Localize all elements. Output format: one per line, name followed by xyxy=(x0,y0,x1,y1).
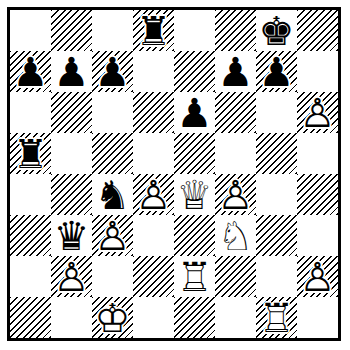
square-a2[interactable] xyxy=(10,256,51,297)
black-pawn-e6[interactable]: ♟♟ xyxy=(174,92,215,133)
white-king-c1[interactable]: ♚♔ xyxy=(92,297,133,338)
chess-board: ♜♜♚♚♟♟♟♟♟♟♟♟♟♟♟♟♟♙♜♜♞♞♟♙♛♕♟♙♛♛♟♙♞♘♟♙♜♖♟♙… xyxy=(10,10,338,338)
square-b6[interactable] xyxy=(51,92,92,133)
square-a8[interactable] xyxy=(10,10,51,51)
square-h2[interactable]: ♟♙ xyxy=(297,256,338,297)
square-g5[interactable] xyxy=(256,133,297,174)
piece-face-glyph: ♙ xyxy=(133,174,174,215)
piece-face-glyph: ♟ xyxy=(174,92,215,133)
square-e4[interactable]: ♛♕ xyxy=(174,174,215,215)
white-pawn-f4[interactable]: ♟♙ xyxy=(215,174,256,215)
square-e7[interactable] xyxy=(174,51,215,92)
square-g7[interactable]: ♟♟ xyxy=(256,51,297,92)
square-b1[interactable] xyxy=(51,297,92,338)
white-rook-g1[interactable]: ♜♖ xyxy=(256,297,297,338)
square-h3[interactable] xyxy=(297,215,338,256)
square-f1[interactable] xyxy=(215,297,256,338)
white-knight-f3[interactable]: ♞♘ xyxy=(215,215,256,256)
square-g8[interactable]: ♚♚ xyxy=(256,10,297,51)
piece-face-glyph: ♙ xyxy=(297,256,338,297)
square-f2[interactable] xyxy=(215,256,256,297)
black-pawn-c7[interactable]: ♟♟ xyxy=(92,51,133,92)
square-b3[interactable]: ♛♛ xyxy=(51,215,92,256)
piece-face-glyph: ♙ xyxy=(92,215,133,256)
square-c1[interactable]: ♚♔ xyxy=(92,297,133,338)
square-d3[interactable] xyxy=(133,215,174,256)
square-c4[interactable]: ♞♞ xyxy=(92,174,133,215)
square-a5[interactable]: ♜♜ xyxy=(10,133,51,174)
piece-face-glyph: ♙ xyxy=(51,256,92,297)
square-c5[interactable] xyxy=(92,133,133,174)
square-b8[interactable] xyxy=(51,10,92,51)
square-b2[interactable]: ♟♙ xyxy=(51,256,92,297)
square-h6[interactable]: ♟♙ xyxy=(297,92,338,133)
piece-face-glyph: ♜ xyxy=(133,10,174,51)
square-d2[interactable] xyxy=(133,256,174,297)
piece-face-glyph: ♚ xyxy=(256,10,297,51)
black-pawn-f7[interactable]: ♟♟ xyxy=(215,51,256,92)
piece-face-glyph: ♜ xyxy=(10,133,51,174)
square-h4[interactable] xyxy=(297,174,338,215)
square-f4[interactable]: ♟♙ xyxy=(215,174,256,215)
white-rook-e2[interactable]: ♜♖ xyxy=(174,256,215,297)
square-c7[interactable]: ♟♟ xyxy=(92,51,133,92)
square-d5[interactable] xyxy=(133,133,174,174)
white-pawn-b2[interactable]: ♟♙ xyxy=(51,256,92,297)
square-e6[interactable]: ♟♟ xyxy=(174,92,215,133)
square-a6[interactable] xyxy=(10,92,51,133)
piece-face-glyph: ♖ xyxy=(174,256,215,297)
square-e8[interactable] xyxy=(174,10,215,51)
square-a7[interactable]: ♟♟ xyxy=(10,51,51,92)
white-pawn-c3[interactable]: ♟♙ xyxy=(92,215,133,256)
piece-face-glyph: ♔ xyxy=(92,297,133,338)
square-e2[interactable]: ♜♖ xyxy=(174,256,215,297)
piece-face-glyph: ♙ xyxy=(215,174,256,215)
black-pawn-g7[interactable]: ♟♟ xyxy=(256,51,297,92)
square-h8[interactable] xyxy=(297,10,338,51)
piece-face-glyph: ♛ xyxy=(51,215,92,256)
black-queen-b3[interactable]: ♛♛ xyxy=(51,215,92,256)
board-frame: ♜♜♚♚♟♟♟♟♟♟♟♟♟♟♟♟♟♙♜♜♞♞♟♙♛♕♟♙♛♛♟♙♞♘♟♙♜♖♟♙… xyxy=(7,7,341,341)
square-g6[interactable] xyxy=(256,92,297,133)
black-rook-a5[interactable]: ♜♜ xyxy=(10,133,51,174)
square-d7[interactable] xyxy=(133,51,174,92)
piece-face-glyph: ♕ xyxy=(174,174,215,215)
white-pawn-d4[interactable]: ♟♙ xyxy=(133,174,174,215)
square-e5[interactable] xyxy=(174,133,215,174)
piece-face-glyph: ♟ xyxy=(92,51,133,92)
black-rook-d8[interactable]: ♜♜ xyxy=(133,10,174,51)
square-h5[interactable] xyxy=(297,133,338,174)
square-f3[interactable]: ♞♘ xyxy=(215,215,256,256)
square-a1[interactable] xyxy=(10,297,51,338)
white-queen-e4[interactable]: ♛♕ xyxy=(174,174,215,215)
square-d8[interactable]: ♜♜ xyxy=(133,10,174,51)
square-d4[interactable]: ♟♙ xyxy=(133,174,174,215)
square-g2[interactable] xyxy=(256,256,297,297)
square-g3[interactable] xyxy=(256,215,297,256)
black-king-g8[interactable]: ♚♚ xyxy=(256,10,297,51)
black-pawn-a7[interactable]: ♟♟ xyxy=(10,51,51,92)
diagram-background: ♜♜♚♚♟♟♟♟♟♟♟♟♟♟♟♟♟♙♜♜♞♞♟♙♛♕♟♙♛♛♟♙♞♘♟♙♜♖♟♙… xyxy=(0,0,350,350)
square-e3[interactable] xyxy=(174,215,215,256)
square-a4[interactable] xyxy=(10,174,51,215)
piece-face-glyph: ♟ xyxy=(10,51,51,92)
piece-face-glyph: ♙ xyxy=(297,92,338,133)
square-c2[interactable] xyxy=(92,256,133,297)
white-pawn-h6[interactable]: ♟♙ xyxy=(297,92,338,133)
square-d6[interactable] xyxy=(133,92,174,133)
square-c6[interactable] xyxy=(92,92,133,133)
square-h7[interactable] xyxy=(297,51,338,92)
piece-face-glyph: ♟ xyxy=(215,51,256,92)
square-f7[interactable]: ♟♟ xyxy=(215,51,256,92)
piece-face-glyph: ♘ xyxy=(215,215,256,256)
square-f6[interactable] xyxy=(215,92,256,133)
black-knight-c4[interactable]: ♞♞ xyxy=(92,174,133,215)
square-b4[interactable] xyxy=(51,174,92,215)
square-f8[interactable] xyxy=(215,10,256,51)
piece-face-glyph: ♞ xyxy=(92,174,133,215)
piece-face-glyph: ♟ xyxy=(51,51,92,92)
square-d1[interactable] xyxy=(133,297,174,338)
square-c3[interactable]: ♟♙ xyxy=(92,215,133,256)
square-e1[interactable] xyxy=(174,297,215,338)
white-pawn-h2[interactable]: ♟♙ xyxy=(297,256,338,297)
piece-face-glyph: ♖ xyxy=(256,297,297,338)
square-g1[interactable]: ♜♖ xyxy=(256,297,297,338)
square-h1[interactable] xyxy=(297,297,338,338)
square-f5[interactable] xyxy=(215,133,256,174)
square-c8[interactable] xyxy=(92,10,133,51)
square-g4[interactable] xyxy=(256,174,297,215)
black-pawn-b7[interactable]: ♟♟ xyxy=(51,51,92,92)
piece-face-glyph: ♟ xyxy=(256,51,297,92)
square-b7[interactable]: ♟♟ xyxy=(51,51,92,92)
square-b5[interactable] xyxy=(51,133,92,174)
square-a3[interactable] xyxy=(10,215,51,256)
